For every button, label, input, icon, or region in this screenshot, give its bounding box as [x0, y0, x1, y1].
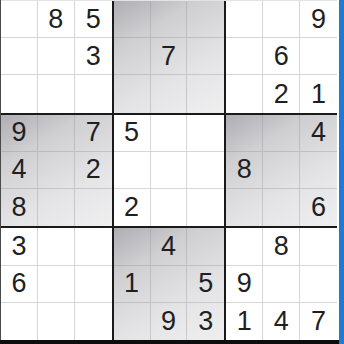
- cell-r4c9[interactable]: 4: [300, 115, 337, 152]
- cell-r6c5[interactable]: [151, 189, 188, 226]
- cell-r1c1[interactable]: [1, 1, 38, 38]
- cell-r9c8[interactable]: 4: [263, 303, 300, 340]
- cell-r2c6[interactable]: [187, 38, 224, 75]
- cell-r3c9[interactable]: 1: [300, 75, 337, 112]
- cell-r3c2[interactable]: [38, 75, 75, 112]
- cell-r5c6[interactable]: [187, 152, 224, 189]
- cell-r8c6[interactable]: 5: [187, 266, 224, 303]
- cell-r3c8[interactable]: 2: [263, 75, 300, 112]
- cell-r3c5[interactable]: [151, 75, 188, 112]
- cell-r9c2[interactable]: [38, 303, 75, 340]
- cell-r3c1[interactable]: [1, 75, 38, 112]
- sudoku-board: 853796219742852486364159389147: [1, 0, 337, 340]
- box-1-1: 52: [114, 115, 225, 227]
- box-0-1: 7: [114, 1, 225, 113]
- box-0-0: 853: [1, 1, 112, 113]
- cell-r5c2[interactable]: [38, 152, 75, 189]
- cell-r7c4[interactable]: [114, 228, 151, 265]
- cell-r6c4[interactable]: 2: [114, 189, 151, 226]
- cell-r1c2[interactable]: 8: [38, 1, 75, 38]
- cell-r7c6[interactable]: [187, 228, 224, 265]
- cell-r9c1[interactable]: [1, 303, 38, 340]
- cell-r4c1[interactable]: 9: [1, 115, 38, 152]
- sudoku-app-frame: 853796219742852486364159389147: [0, 0, 344, 344]
- cell-r4c3[interactable]: 7: [75, 115, 112, 152]
- cell-r8c5[interactable]: [151, 266, 188, 303]
- cell-r8c1[interactable]: 6: [1, 266, 38, 303]
- cell-r7c5[interactable]: 4: [151, 228, 188, 265]
- cell-r4c7[interactable]: [226, 115, 263, 152]
- cell-r9c6[interactable]: 3: [187, 303, 224, 340]
- cell-r1c8[interactable]: [263, 1, 300, 38]
- cell-r1c9[interactable]: 9: [300, 1, 337, 38]
- cell-r5c5[interactable]: [151, 152, 188, 189]
- cell-r5c3[interactable]: 2: [75, 152, 112, 189]
- cell-r2c9[interactable]: [300, 38, 337, 75]
- cell-r8c2[interactable]: [38, 266, 75, 303]
- cell-r4c5[interactable]: [151, 115, 188, 152]
- cell-r9c5[interactable]: 9: [151, 303, 188, 340]
- cell-r3c4[interactable]: [114, 75, 151, 112]
- cell-r9c7[interactable]: 1: [226, 303, 263, 340]
- right-blue-border: [339, 0, 344, 344]
- cell-r8c7[interactable]: 9: [226, 266, 263, 303]
- cell-r4c2[interactable]: [38, 115, 75, 152]
- cell-r1c6[interactable]: [187, 1, 224, 38]
- cell-r7c2[interactable]: [38, 228, 75, 265]
- cell-r4c6[interactable]: [187, 115, 224, 152]
- cell-r7c8[interactable]: 8: [263, 228, 300, 265]
- cell-r6c3[interactable]: [75, 189, 112, 226]
- cell-r8c4[interactable]: 1: [114, 266, 151, 303]
- cell-r1c4[interactable]: [114, 1, 151, 38]
- cell-r2c5[interactable]: 7: [151, 38, 188, 75]
- cell-r6c2[interactable]: [38, 189, 75, 226]
- cell-r7c9[interactable]: [300, 228, 337, 265]
- cell-r3c6[interactable]: [187, 75, 224, 112]
- cell-r4c8[interactable]: [263, 115, 300, 152]
- box-2-0: 36: [1, 228, 112, 340]
- cell-r9c9[interactable]: 7: [300, 303, 337, 340]
- cell-r9c3[interactable]: [75, 303, 112, 340]
- cell-r3c3[interactable]: [75, 75, 112, 112]
- cell-r4c4[interactable]: 5: [114, 115, 151, 152]
- cell-r7c3[interactable]: [75, 228, 112, 265]
- cell-r7c1[interactable]: 3: [1, 228, 38, 265]
- cell-r6c6[interactable]: [187, 189, 224, 226]
- cell-r5c9[interactable]: [300, 152, 337, 189]
- cell-r2c4[interactable]: [114, 38, 151, 75]
- box-0-2: 9621: [226, 1, 337, 113]
- cell-r8c8[interactable]: [263, 266, 300, 303]
- cell-r2c7[interactable]: [226, 38, 263, 75]
- cell-r1c5[interactable]: [151, 1, 188, 38]
- cell-r7c7[interactable]: [226, 228, 263, 265]
- box-1-2: 486: [226, 115, 337, 227]
- cell-r6c7[interactable]: [226, 189, 263, 226]
- cell-r2c2[interactable]: [38, 38, 75, 75]
- cell-r6c9[interactable]: 6: [300, 189, 337, 226]
- left-window-edge: [0, 0, 1, 340]
- cell-r8c3[interactable]: [75, 266, 112, 303]
- cell-r5c7[interactable]: 8: [226, 152, 263, 189]
- box-2-1: 41593: [114, 228, 225, 340]
- cell-r2c3[interactable]: 3: [75, 38, 112, 75]
- cell-r6c8[interactable]: [263, 189, 300, 226]
- cell-r2c1[interactable]: [1, 38, 38, 75]
- cell-r3c7[interactable]: [226, 75, 263, 112]
- cell-r5c1[interactable]: 4: [1, 152, 38, 189]
- cell-r2c8[interactable]: 6: [263, 38, 300, 75]
- box-2-2: 89147: [226, 228, 337, 340]
- cell-r5c8[interactable]: [263, 152, 300, 189]
- cell-r8c9[interactable]: [300, 266, 337, 303]
- cell-r5c4[interactable]: [114, 152, 151, 189]
- cell-r1c3[interactable]: 5: [75, 1, 112, 38]
- cell-r9c4[interactable]: [114, 303, 151, 340]
- bottom-window-edge: [0, 340, 344, 344]
- cell-r6c1[interactable]: 8: [1, 189, 38, 226]
- box-1-0: 97428: [1, 115, 112, 227]
- cell-r1c7[interactable]: [226, 1, 263, 38]
